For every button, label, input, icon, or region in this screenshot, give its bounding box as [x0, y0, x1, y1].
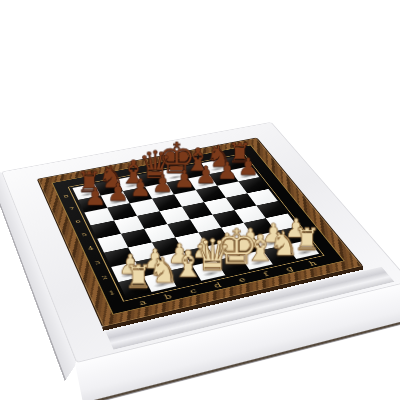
product-photo: 87654321 abcdefgh ♜♞♝♛♚♝♞♜♟♟♟♟♟♟♟♟♟♟♟♟♟♟… — [0, 0, 400, 400]
square-a7[interactable]: ♟ — [78, 196, 107, 213]
black-pawn-a7[interactable]: ♟ — [72, 184, 119, 209]
chess-board: 87654321 abcdefgh ♜♞♝♛♚♝♞♜♟♟♟♟♟♟♟♟♟♟♟♟♟♟… — [37, 138, 364, 328]
board-field: ♜♞♝♛♚♝♞♜♟♟♟♟♟♟♟♟♟♟♟♟♟♟♟♟♜♞♝♛♚♝♞♜ — [72, 155, 319, 298]
white-rook-a1[interactable]: ♜ — [112, 261, 165, 293]
